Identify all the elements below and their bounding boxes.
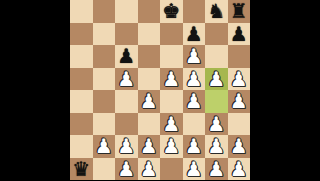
letterbox-left-bar [0,0,70,180]
square-b1[interactable] [93,158,116,181]
square-f8[interactable] [183,0,206,23]
square-c4[interactable] [115,90,138,113]
white-pawn[interactable]: ♟ [140,158,158,178]
square-b4[interactable] [93,90,116,113]
white-pawn[interactable]: ♟ [207,136,225,156]
black-knight[interactable]: ♞ [207,1,225,21]
square-e1[interactable] [160,158,183,181]
square-h7[interactable]: ♟ [228,23,251,46]
white-pawn[interactable]: ♟ [207,113,225,133]
white-pawn[interactable]: ♟ [185,91,203,111]
screenshot-stage: ♚♞♜♟♟♟♟♟♟♟♟♟♟♟♟♟♟♟♟♟♟♟♟♟♛♟♟♟♟♟ [0,0,320,180]
white-pawn[interactable]: ♟ [230,136,248,156]
square-a5[interactable] [70,68,93,91]
square-f3[interactable] [183,113,206,136]
square-g7[interactable] [205,23,228,46]
letterbox-right-bar [250,0,320,180]
square-d8[interactable] [138,0,161,23]
square-b5[interactable] [93,68,116,91]
white-pawn[interactable]: ♟ [140,91,158,111]
square-g2[interactable]: ♟ [205,135,228,158]
square-g4[interactable] [205,90,228,113]
white-pawn[interactable]: ♟ [185,46,203,66]
square-d2[interactable]: ♟ [138,135,161,158]
square-c2[interactable]: ♟ [115,135,138,158]
square-g1[interactable]: ♟ [205,158,228,181]
black-pawn[interactable]: ♟ [185,23,203,43]
square-e7[interactable] [160,23,183,46]
white-pawn[interactable]: ♟ [207,68,225,88]
square-c3[interactable] [115,113,138,136]
square-e6[interactable] [160,45,183,68]
square-d3[interactable] [138,113,161,136]
white-pawn[interactable]: ♟ [230,68,248,88]
black-king[interactable]: ♚ [162,1,180,21]
square-b8[interactable] [93,0,116,23]
square-h3[interactable] [228,113,251,136]
white-pawn[interactable]: ♟ [185,68,203,88]
white-pawn[interactable]: ♟ [185,136,203,156]
square-a6[interactable] [70,45,93,68]
square-h5[interactable]: ♟ [228,68,251,91]
square-c1[interactable]: ♟ [115,158,138,181]
square-d4[interactable]: ♟ [138,90,161,113]
square-d6[interactable] [138,45,161,68]
white-pawn[interactable]: ♟ [185,158,203,178]
black-pawn[interactable]: ♟ [230,23,248,43]
white-pawn[interactable]: ♟ [230,91,248,111]
square-a1[interactable]: ♛ [70,158,93,181]
white-pawn[interactable]: ♟ [162,113,180,133]
black-rook[interactable]: ♜ [230,1,248,21]
square-h1[interactable]: ♟ [228,158,251,181]
white-pawn[interactable]: ♟ [117,68,135,88]
square-e3[interactable]: ♟ [160,113,183,136]
square-d7[interactable] [138,23,161,46]
square-b6[interactable] [93,45,116,68]
square-f2[interactable]: ♟ [183,135,206,158]
square-h2[interactable]: ♟ [228,135,251,158]
black-pawn[interactable]: ♟ [117,46,135,66]
square-b7[interactable] [93,23,116,46]
black-queen[interactable]: ♛ [72,158,90,178]
white-pawn[interactable]: ♟ [95,136,113,156]
square-h4[interactable]: ♟ [228,90,251,113]
square-b3[interactable] [93,113,116,136]
square-f1[interactable]: ♟ [183,158,206,181]
white-pawn[interactable]: ♟ [230,158,248,178]
white-pawn[interactable]: ♟ [117,158,135,178]
square-e8[interactable]: ♚ [160,0,183,23]
square-a4[interactable] [70,90,93,113]
square-e2[interactable]: ♟ [160,135,183,158]
square-f6[interactable]: ♟ [183,45,206,68]
chess-board: ♚♞♜♟♟♟♟♟♟♟♟♟♟♟♟♟♟♟♟♟♟♟♟♟♛♟♟♟♟♟ [70,0,250,180]
square-c7[interactable] [115,23,138,46]
square-d1[interactable]: ♟ [138,158,161,181]
square-g3[interactable]: ♟ [205,113,228,136]
square-g6[interactable] [205,45,228,68]
square-e4[interactable] [160,90,183,113]
square-h6[interactable] [228,45,251,68]
square-f5[interactable]: ♟ [183,68,206,91]
square-a3[interactable] [70,113,93,136]
square-a7[interactable] [70,23,93,46]
square-c8[interactable] [115,0,138,23]
white-pawn[interactable]: ♟ [140,136,158,156]
square-f4[interactable]: ♟ [183,90,206,113]
square-f7[interactable]: ♟ [183,23,206,46]
square-g8[interactable]: ♞ [205,0,228,23]
square-c5[interactable]: ♟ [115,68,138,91]
square-h8[interactable]: ♜ [228,0,251,23]
white-pawn[interactable]: ♟ [207,158,225,178]
square-e5[interactable]: ♟ [160,68,183,91]
square-a8[interactable] [70,0,93,23]
square-d5[interactable] [138,68,161,91]
square-c6[interactable]: ♟ [115,45,138,68]
square-a2[interactable] [70,135,93,158]
square-b2[interactable]: ♟ [93,135,116,158]
square-g5[interactable]: ♟ [205,68,228,91]
white-pawn[interactable]: ♟ [162,136,180,156]
white-pawn[interactable]: ♟ [162,68,180,88]
white-pawn[interactable]: ♟ [117,136,135,156]
